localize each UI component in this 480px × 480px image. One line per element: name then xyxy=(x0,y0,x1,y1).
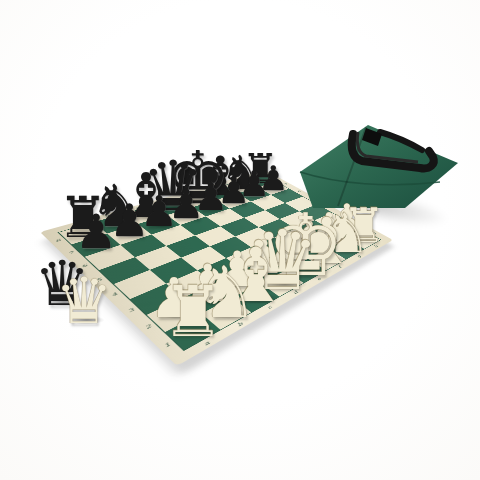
coord-label-f: f xyxy=(209,186,214,188)
coord-label-4: 4 xyxy=(110,291,119,297)
chess-set-product-photo: aa88bb77cc66dd55ee44ff33gg22hh11 ♜♞♝♛♚♝♞… xyxy=(0,0,480,480)
chess-bag xyxy=(288,98,480,248)
coord-label-8: 8 xyxy=(54,238,62,242)
coord-label-a: a xyxy=(202,340,211,347)
coord-label-e: e xyxy=(315,277,322,282)
piece-shadow xyxy=(48,298,82,307)
coord-label-g: g xyxy=(355,254,362,258)
coord-label-b: b xyxy=(235,321,244,327)
coord-label-f: f xyxy=(336,265,342,269)
piece-shadow xyxy=(69,316,104,325)
coord-label-5: 5 xyxy=(95,277,104,282)
coord-label-d: d xyxy=(291,290,299,295)
coord-label-1: 1 xyxy=(162,341,172,348)
coord-label-2: 2 xyxy=(143,323,153,330)
coord-label-c: c xyxy=(265,304,273,309)
coord-label-7: 7 xyxy=(67,250,75,255)
coord-label-3: 3 xyxy=(126,307,135,313)
coord-label-6: 6 xyxy=(80,263,88,268)
